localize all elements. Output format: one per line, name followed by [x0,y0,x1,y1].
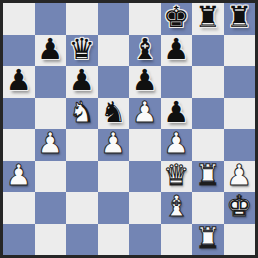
square-f2[interactable]: ♝ [161,192,193,224]
square-e3[interactable] [129,161,161,193]
square-g5[interactable] [192,98,224,130]
square-g2[interactable] [192,192,224,224]
square-e8[interactable] [129,3,161,35]
square-d8[interactable] [98,3,130,35]
white-knight[interactable]: ♞ [69,98,95,129]
square-h2[interactable]: ♚ [224,192,256,224]
white-queen[interactable]: ♛ [163,161,189,192]
square-d5[interactable]: ♞ [98,98,130,130]
square-g6[interactable] [192,66,224,98]
square-f5[interactable]: ♟ [161,98,193,130]
white-pawn[interactable]: ♟ [37,129,63,160]
square-d7[interactable] [98,35,130,67]
square-b6[interactable] [35,66,67,98]
square-d1[interactable] [98,224,130,256]
square-d3[interactable] [98,161,130,193]
white-pawn[interactable]: ♟ [6,161,32,192]
black-queen[interactable]: ♛ [69,35,95,66]
square-h6[interactable] [224,66,256,98]
square-a3[interactable]: ♟ [3,161,35,193]
square-h1[interactable] [224,224,256,256]
square-e6[interactable]: ♟ [129,66,161,98]
square-a7[interactable] [3,35,35,67]
square-c2[interactable] [66,192,98,224]
square-b4[interactable]: ♟ [35,129,67,161]
square-c6[interactable]: ♟ [66,66,98,98]
black-pawn[interactable]: ♟ [6,66,32,97]
white-pawn[interactable]: ♟ [132,98,158,129]
white-rook[interactable]: ♜ [195,161,221,192]
square-h8[interactable]: ♜ [224,3,256,35]
square-a1[interactable] [3,224,35,256]
square-g3[interactable]: ♜ [192,161,224,193]
white-pawn[interactable]: ♟ [226,161,252,192]
white-king[interactable]: ♚ [226,192,252,223]
square-f6[interactable] [161,66,193,98]
square-a2[interactable] [3,192,35,224]
square-f8[interactable]: ♚ [161,3,193,35]
black-rook[interactable]: ♜ [195,3,221,34]
square-b3[interactable] [35,161,67,193]
square-b5[interactable] [35,98,67,130]
black-bishop[interactable]: ♝ [132,35,158,66]
square-d4[interactable]: ♟ [98,129,130,161]
square-e5[interactable]: ♟ [129,98,161,130]
black-pawn[interactable]: ♟ [163,35,189,66]
black-pawn[interactable]: ♟ [37,35,63,66]
square-b7[interactable]: ♟ [35,35,67,67]
square-h3[interactable]: ♟ [224,161,256,193]
square-a8[interactable] [3,3,35,35]
white-bishop[interactable]: ♝ [163,192,189,223]
square-c1[interactable] [66,224,98,256]
square-b1[interactable] [35,224,67,256]
square-e7[interactable]: ♝ [129,35,161,67]
square-e2[interactable] [129,192,161,224]
black-king[interactable]: ♚ [163,3,189,34]
square-f7[interactable]: ♟ [161,35,193,67]
square-g4[interactable] [192,129,224,161]
black-knight[interactable]: ♞ [100,98,126,129]
square-c5[interactable]: ♞ [66,98,98,130]
square-g8[interactable]: ♜ [192,3,224,35]
white-pawn[interactable]: ♟ [100,129,126,160]
square-c7[interactable]: ♛ [66,35,98,67]
square-b2[interactable] [35,192,67,224]
square-a4[interactable] [3,129,35,161]
black-pawn[interactable]: ♟ [69,66,95,97]
square-h4[interactable] [224,129,256,161]
chess-board: ♚♜♜♟♛♝♟♟♟♟♞♞♟♟♟♟♟♟♛♜♟♝♚♜ [0,0,258,258]
square-h7[interactable] [224,35,256,67]
square-b8[interactable] [35,3,67,35]
square-a5[interactable] [3,98,35,130]
square-d2[interactable] [98,192,130,224]
square-d6[interactable] [98,66,130,98]
black-pawn[interactable]: ♟ [163,98,189,129]
square-c4[interactable] [66,129,98,161]
square-g7[interactable] [192,35,224,67]
square-a6[interactable]: ♟ [3,66,35,98]
square-e4[interactable] [129,129,161,161]
square-g1[interactable]: ♜ [192,224,224,256]
square-h5[interactable] [224,98,256,130]
square-c8[interactable] [66,3,98,35]
square-f4[interactable]: ♟ [161,129,193,161]
white-pawn[interactable]: ♟ [163,129,189,160]
square-e1[interactable] [129,224,161,256]
board-grid: ♚♜♜♟♛♝♟♟♟♟♞♞♟♟♟♟♟♟♛♜♟♝♚♜ [3,3,255,255]
square-f3[interactable]: ♛ [161,161,193,193]
black-pawn[interactable]: ♟ [132,66,158,97]
black-rook[interactable]: ♜ [226,3,252,34]
white-rook[interactable]: ♜ [195,224,221,255]
square-f1[interactable] [161,224,193,256]
square-c3[interactable] [66,161,98,193]
